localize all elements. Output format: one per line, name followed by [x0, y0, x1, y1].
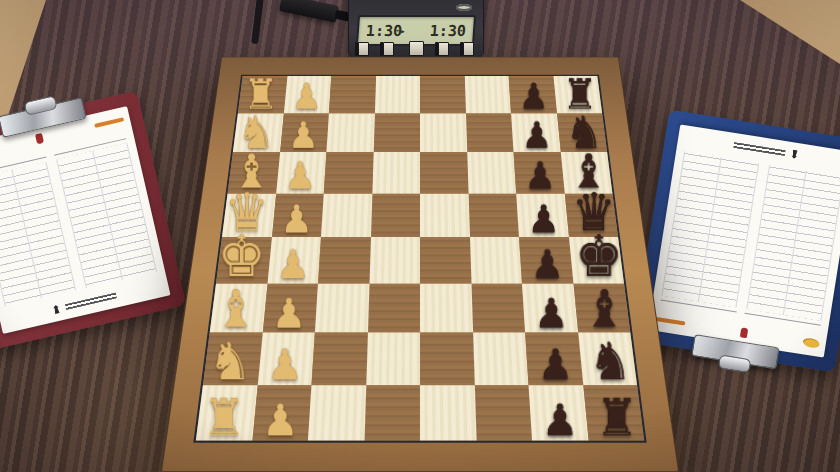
scoresheet-clipboard-left [0, 91, 186, 350]
square-e1[interactable]: ♚ [216, 237, 271, 283]
square-f1[interactable]: ♝ [210, 283, 267, 332]
piece-black-rook[interactable]: ♜ [588, 381, 644, 441]
square-d6[interactable] [468, 193, 519, 237]
square-f4[interactable] [367, 283, 420, 332]
board-frame: ♜♟♟♜♞♟♟♞♝♟♟♝♛♟♟♛♚♟♟♚♝♟♟♝♞♟♟♞♜♟♟♜ [161, 57, 680, 472]
square-e2[interactable]: ♟ [267, 237, 321, 283]
square-a5[interactable] [420, 76, 466, 113]
square-g3[interactable] [312, 332, 368, 384]
square-c4[interactable] [372, 152, 420, 193]
square-g8[interactable]: ♞ [578, 332, 637, 384]
piece-white-king[interactable]: ♚ [216, 230, 267, 285]
square-b3[interactable] [326, 113, 374, 152]
square-a6[interactable] [464, 76, 511, 113]
square-h6[interactable] [474, 385, 532, 441]
square-a3[interactable] [329, 76, 376, 113]
square-h3[interactable] [308, 385, 366, 441]
piece-white-pawn[interactable]: ♟ [262, 277, 315, 333]
move-column [661, 151, 759, 307]
square-g6[interactable] [473, 332, 529, 384]
square-g7[interactable]: ♟ [525, 332, 583, 384]
piece-black-king[interactable]: ♚ [573, 230, 624, 285]
square-d3[interactable] [321, 193, 372, 237]
square-e4[interactable] [369, 237, 420, 283]
square-e5[interactable] [420, 237, 471, 283]
scoresheet-clipboard-right [633, 109, 840, 372]
piece-white-rook[interactable]: ♜ [196, 381, 252, 441]
square-g4[interactable] [366, 332, 420, 384]
square-h8[interactable]: ♜ [583, 385, 644, 441]
square-a4[interactable] [374, 76, 420, 113]
square-c3[interactable] [324, 152, 373, 193]
square-f5[interactable] [420, 283, 473, 332]
square-f2[interactable]: ♟ [262, 283, 318, 332]
square-f3[interactable] [315, 283, 369, 332]
event-title-text [94, 117, 124, 128]
piece-black-bishop[interactable]: ♝ [578, 277, 631, 333]
federation-crest-icon [35, 133, 44, 144]
piece-white-pawn[interactable]: ♟ [257, 328, 311, 386]
square-e3[interactable] [318, 237, 370, 283]
organizer-logo-icon [51, 304, 62, 315]
square-b6[interactable] [466, 113, 514, 152]
move-column [746, 165, 840, 321]
piece-black-pawn[interactable]: ♟ [532, 381, 588, 441]
floor-corner-right [740, 0, 840, 64]
piece-black-pawn[interactable]: ♟ [522, 230, 573, 285]
piece-white-pawn[interactable]: ♟ [252, 381, 308, 441]
square-e7[interactable]: ♟ [519, 237, 573, 283]
square-c5[interactable] [420, 152, 468, 193]
piece-black-pawn[interactable]: ♟ [525, 277, 578, 333]
tournament-table-scene: 1:30 ▸ 1:30 ♜♟♟♜♞♟♟♞♝♟♟♝♛♟♟♛♚♟♟♚♝♟♟♝♞♟♟♞… [0, 0, 840, 472]
federation-crest-icon [740, 327, 748, 338]
square-h7[interactable]: ♟ [528, 385, 588, 441]
square-c6[interactable] [467, 152, 516, 193]
organizer-text [733, 142, 785, 156]
square-h4[interactable] [364, 385, 420, 441]
sponsor-logo-icon [803, 338, 820, 348]
board-squares: ♜♟♟♜♞♟♟♞♝♟♟♝♛♟♟♛♚♟♟♚♝♟♟♝♞♟♟♞♜♟♟♜ [193, 75, 646, 443]
square-f8[interactable]: ♝ [573, 283, 630, 332]
square-g5[interactable] [420, 332, 474, 384]
scoresheet-right [648, 124, 840, 357]
move-columns [661, 151, 840, 321]
organizer-text [65, 292, 117, 310]
event-title-text [655, 317, 685, 326]
square-h1[interactable]: ♜ [196, 385, 257, 441]
square-e8[interactable]: ♚ [569, 237, 624, 283]
piece-white-knight[interactable]: ♞ [203, 328, 257, 386]
square-h5[interactable] [420, 385, 476, 441]
square-e6[interactable] [470, 237, 522, 283]
square-d5[interactable] [420, 193, 470, 237]
square-b5[interactable] [420, 113, 467, 152]
square-f6[interactable] [471, 283, 525, 332]
square-b4[interactable] [373, 113, 420, 152]
piece-white-bishop[interactable]: ♝ [210, 277, 263, 333]
piece-black-pawn[interactable]: ♟ [528, 328, 582, 386]
piece-white-pawn[interactable]: ♟ [267, 230, 318, 285]
piece-black-knight[interactable]: ♞ [583, 328, 637, 386]
square-g2[interactable]: ♟ [257, 332, 315, 384]
square-g1[interactable]: ♞ [203, 332, 262, 384]
organizer-logo-icon [789, 149, 799, 159]
chess-board: ♜♟♟♜♞♟♟♞♝♟♟♝♛♟♟♛♚♟♟♚♝♟♟♝♞♟♟♞♜♟♟♜ [195, 0, 645, 472]
square-h2[interactable]: ♟ [252, 385, 312, 441]
square-d4[interactable] [371, 193, 421, 237]
square-f7[interactable]: ♟ [522, 283, 578, 332]
